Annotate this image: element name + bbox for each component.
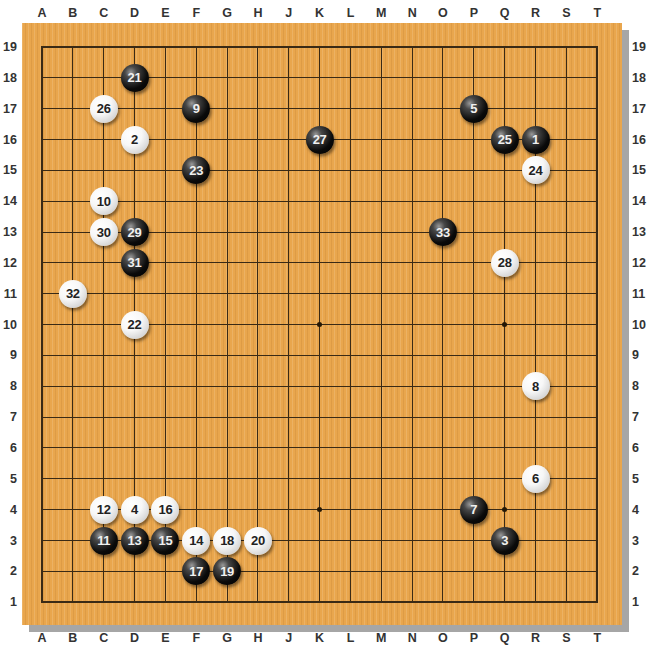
- point-G8[interactable]: [212, 371, 243, 402]
- point-M16[interactable]: [366, 124, 397, 155]
- point-B4[interactable]: [57, 494, 88, 525]
- point-G18[interactable]: [212, 62, 243, 93]
- point-Q2[interactable]: [489, 556, 520, 587]
- point-S15[interactable]: [551, 155, 582, 186]
- point-F19[interactable]: [181, 32, 212, 63]
- point-L16[interactable]: [335, 124, 366, 155]
- point-D12[interactable]: 31: [119, 248, 150, 279]
- point-B18[interactable]: [57, 62, 88, 93]
- point-K2[interactable]: [304, 556, 335, 587]
- point-E8[interactable]: [150, 371, 181, 402]
- point-G9[interactable]: [212, 340, 243, 371]
- point-J5[interactable]: [273, 463, 304, 494]
- point-E16[interactable]: [150, 124, 181, 155]
- point-A9[interactable]: [27, 340, 58, 371]
- point-O6[interactable]: [428, 433, 459, 464]
- point-F3[interactable]: 14: [181, 525, 212, 556]
- point-F12[interactable]: [181, 248, 212, 279]
- point-E10[interactable]: [150, 309, 181, 340]
- point-Q6[interactable]: [489, 433, 520, 464]
- point-O19[interactable]: [428, 32, 459, 63]
- point-F11[interactable]: [181, 278, 212, 309]
- point-R14[interactable]: [520, 186, 551, 217]
- point-P11[interactable]: [458, 278, 489, 309]
- point-S8[interactable]: [551, 371, 582, 402]
- point-H12[interactable]: [243, 248, 274, 279]
- point-J17[interactable]: [273, 93, 304, 124]
- point-S6[interactable]: [551, 433, 582, 464]
- point-N5[interactable]: [397, 463, 428, 494]
- point-N4[interactable]: [397, 494, 428, 525]
- point-C14[interactable]: 10: [88, 186, 119, 217]
- point-Q11[interactable]: [489, 278, 520, 309]
- point-S2[interactable]: [551, 556, 582, 587]
- point-D14[interactable]: [119, 186, 150, 217]
- point-S11[interactable]: [551, 278, 582, 309]
- point-S10[interactable]: [551, 309, 582, 340]
- point-N8[interactable]: [397, 371, 428, 402]
- point-C15[interactable]: [88, 155, 119, 186]
- point-Q16[interactable]: 25: [489, 124, 520, 155]
- point-H2[interactable]: [243, 556, 274, 587]
- point-K1[interactable]: [304, 587, 335, 618]
- point-J11[interactable]: [273, 278, 304, 309]
- point-S3[interactable]: [551, 525, 582, 556]
- point-K3[interactable]: [304, 525, 335, 556]
- point-A8[interactable]: [27, 371, 58, 402]
- point-H18[interactable]: [243, 62, 274, 93]
- point-A14[interactable]: [27, 186, 58, 217]
- point-M14[interactable]: [366, 186, 397, 217]
- point-D19[interactable]: [119, 32, 150, 63]
- point-P7[interactable]: [458, 402, 489, 433]
- point-T13[interactable]: [582, 217, 613, 248]
- point-P3[interactable]: [458, 525, 489, 556]
- point-P10[interactable]: [458, 309, 489, 340]
- point-S13[interactable]: [551, 217, 582, 248]
- point-T7[interactable]: [582, 402, 613, 433]
- point-H14[interactable]: [243, 186, 274, 217]
- point-E19[interactable]: [150, 32, 181, 63]
- point-E1[interactable]: [150, 587, 181, 618]
- point-C7[interactable]: [88, 402, 119, 433]
- point-K12[interactable]: [304, 248, 335, 279]
- point-O12[interactable]: [428, 248, 459, 279]
- point-A2[interactable]: [27, 556, 58, 587]
- point-R1[interactable]: [520, 587, 551, 618]
- point-M11[interactable]: [366, 278, 397, 309]
- point-T14[interactable]: [582, 186, 613, 217]
- point-F8[interactable]: [181, 371, 212, 402]
- point-M4[interactable]: [366, 494, 397, 525]
- point-B12[interactable]: [57, 248, 88, 279]
- point-A18[interactable]: [27, 62, 58, 93]
- point-S5[interactable]: [551, 463, 582, 494]
- point-T3[interactable]: [582, 525, 613, 556]
- point-B5[interactable]: [57, 463, 88, 494]
- point-H9[interactable]: [243, 340, 274, 371]
- point-L19[interactable]: [335, 32, 366, 63]
- point-P13[interactable]: [458, 217, 489, 248]
- point-H10[interactable]: [243, 309, 274, 340]
- point-B3[interactable]: [57, 525, 88, 556]
- point-R17[interactable]: [520, 93, 551, 124]
- point-E3[interactable]: 15: [150, 525, 181, 556]
- point-S4[interactable]: [551, 494, 582, 525]
- point-R6[interactable]: [520, 433, 551, 464]
- point-K11[interactable]: [304, 278, 335, 309]
- point-E9[interactable]: [150, 340, 181, 371]
- point-B9[interactable]: [57, 340, 88, 371]
- point-P1[interactable]: [458, 587, 489, 618]
- point-L1[interactable]: [335, 587, 366, 618]
- point-N19[interactable]: [397, 32, 428, 63]
- point-N18[interactable]: [397, 62, 428, 93]
- point-R18[interactable]: [520, 62, 551, 93]
- point-A11[interactable]: [27, 278, 58, 309]
- point-T19[interactable]: [582, 32, 613, 63]
- point-C13[interactable]: 30: [88, 217, 119, 248]
- point-A4[interactable]: [27, 494, 58, 525]
- point-R15[interactable]: 24: [520, 155, 551, 186]
- point-G12[interactable]: [212, 248, 243, 279]
- point-E12[interactable]: [150, 248, 181, 279]
- point-J14[interactable]: [273, 186, 304, 217]
- point-D2[interactable]: [119, 556, 150, 587]
- point-R5[interactable]: 6: [520, 463, 551, 494]
- point-J10[interactable]: [273, 309, 304, 340]
- point-C19[interactable]: [88, 32, 119, 63]
- point-D10[interactable]: 22: [119, 309, 150, 340]
- point-S16[interactable]: [551, 124, 582, 155]
- point-R16[interactable]: 1: [520, 124, 551, 155]
- point-K5[interactable]: [304, 463, 335, 494]
- point-J13[interactable]: [273, 217, 304, 248]
- point-C18[interactable]: [88, 62, 119, 93]
- point-L13[interactable]: [335, 217, 366, 248]
- point-R19[interactable]: [520, 32, 551, 63]
- point-K8[interactable]: [304, 371, 335, 402]
- point-L15[interactable]: [335, 155, 366, 186]
- point-L11[interactable]: [335, 278, 366, 309]
- point-B10[interactable]: [57, 309, 88, 340]
- point-C6[interactable]: [88, 433, 119, 464]
- point-B19[interactable]: [57, 32, 88, 63]
- point-H16[interactable]: [243, 124, 274, 155]
- point-T12[interactable]: [582, 248, 613, 279]
- point-D16[interactable]: 2: [119, 124, 150, 155]
- point-P2[interactable]: [458, 556, 489, 587]
- point-D9[interactable]: [119, 340, 150, 371]
- point-Q15[interactable]: [489, 155, 520, 186]
- point-A10[interactable]: [27, 309, 58, 340]
- point-H5[interactable]: [243, 463, 274, 494]
- point-F2[interactable]: 17: [181, 556, 212, 587]
- point-B8[interactable]: [57, 371, 88, 402]
- point-Q1[interactable]: [489, 587, 520, 618]
- point-E6[interactable]: [150, 433, 181, 464]
- point-C9[interactable]: [88, 340, 119, 371]
- point-R12[interactable]: [520, 248, 551, 279]
- point-K10[interactable]: [304, 309, 335, 340]
- point-E17[interactable]: [150, 93, 181, 124]
- point-L12[interactable]: [335, 248, 366, 279]
- point-O15[interactable]: [428, 155, 459, 186]
- point-H13[interactable]: [243, 217, 274, 248]
- point-J8[interactable]: [273, 371, 304, 402]
- point-J4[interactable]: [273, 494, 304, 525]
- point-H15[interactable]: [243, 155, 274, 186]
- point-R2[interactable]: [520, 556, 551, 587]
- point-E2[interactable]: [150, 556, 181, 587]
- point-K17[interactable]: [304, 93, 335, 124]
- point-B7[interactable]: [57, 402, 88, 433]
- point-S7[interactable]: [551, 402, 582, 433]
- point-O16[interactable]: [428, 124, 459, 155]
- point-O1[interactable]: [428, 587, 459, 618]
- point-B1[interactable]: [57, 587, 88, 618]
- point-S1[interactable]: [551, 587, 582, 618]
- point-F4[interactable]: [181, 494, 212, 525]
- point-G13[interactable]: [212, 217, 243, 248]
- point-J16[interactable]: [273, 124, 304, 155]
- point-A7[interactable]: [27, 402, 58, 433]
- point-M10[interactable]: [366, 309, 397, 340]
- point-D6[interactable]: [119, 433, 150, 464]
- point-A1[interactable]: [27, 587, 58, 618]
- point-F17[interactable]: 9: [181, 93, 212, 124]
- point-Q18[interactable]: [489, 62, 520, 93]
- point-F7[interactable]: [181, 402, 212, 433]
- point-F6[interactable]: [181, 433, 212, 464]
- point-B16[interactable]: [57, 124, 88, 155]
- point-A19[interactable]: [27, 32, 58, 63]
- point-F18[interactable]: [181, 62, 212, 93]
- point-M3[interactable]: [366, 525, 397, 556]
- point-N2[interactable]: [397, 556, 428, 587]
- point-Q4[interactable]: [489, 494, 520, 525]
- point-C2[interactable]: [88, 556, 119, 587]
- point-E11[interactable]: [150, 278, 181, 309]
- point-L18[interactable]: [335, 62, 366, 93]
- point-L17[interactable]: [335, 93, 366, 124]
- point-H8[interactable]: [243, 371, 274, 402]
- point-C11[interactable]: [88, 278, 119, 309]
- point-T1[interactable]: [582, 587, 613, 618]
- point-E13[interactable]: [150, 217, 181, 248]
- point-L8[interactable]: [335, 371, 366, 402]
- point-B13[interactable]: [57, 217, 88, 248]
- point-T2[interactable]: [582, 556, 613, 587]
- point-F15[interactable]: 23: [181, 155, 212, 186]
- point-C8[interactable]: [88, 371, 119, 402]
- point-P16[interactable]: [458, 124, 489, 155]
- point-O14[interactable]: [428, 186, 459, 217]
- point-H17[interactable]: [243, 93, 274, 124]
- point-H6[interactable]: [243, 433, 274, 464]
- point-C10[interactable]: [88, 309, 119, 340]
- point-F5[interactable]: [181, 463, 212, 494]
- point-K15[interactable]: [304, 155, 335, 186]
- point-J15[interactable]: [273, 155, 304, 186]
- point-K13[interactable]: [304, 217, 335, 248]
- point-L9[interactable]: [335, 340, 366, 371]
- point-C16[interactable]: [88, 124, 119, 155]
- point-O7[interactable]: [428, 402, 459, 433]
- point-D7[interactable]: [119, 402, 150, 433]
- point-P8[interactable]: [458, 371, 489, 402]
- point-Q17[interactable]: [489, 93, 520, 124]
- point-R3[interactable]: [520, 525, 551, 556]
- point-J2[interactable]: [273, 556, 304, 587]
- point-E14[interactable]: [150, 186, 181, 217]
- point-Q13[interactable]: [489, 217, 520, 248]
- point-G11[interactable]: [212, 278, 243, 309]
- point-O9[interactable]: [428, 340, 459, 371]
- point-B6[interactable]: [57, 433, 88, 464]
- point-T10[interactable]: [582, 309, 613, 340]
- point-A5[interactable]: [27, 463, 58, 494]
- point-J1[interactable]: [273, 587, 304, 618]
- point-A6[interactable]: [27, 433, 58, 464]
- point-L4[interactable]: [335, 494, 366, 525]
- point-E15[interactable]: [150, 155, 181, 186]
- point-N14[interactable]: [397, 186, 428, 217]
- point-K4[interactable]: [304, 494, 335, 525]
- point-N6[interactable]: [397, 433, 428, 464]
- point-J12[interactable]: [273, 248, 304, 279]
- point-F13[interactable]: [181, 217, 212, 248]
- point-M7[interactable]: [366, 402, 397, 433]
- point-G14[interactable]: [212, 186, 243, 217]
- point-G3[interactable]: 18: [212, 525, 243, 556]
- point-P18[interactable]: [458, 62, 489, 93]
- point-G10[interactable]: [212, 309, 243, 340]
- point-M8[interactable]: [366, 371, 397, 402]
- point-O5[interactable]: [428, 463, 459, 494]
- point-T4[interactable]: [582, 494, 613, 525]
- point-R10[interactable]: [520, 309, 551, 340]
- point-O10[interactable]: [428, 309, 459, 340]
- point-M13[interactable]: [366, 217, 397, 248]
- point-M19[interactable]: [366, 32, 397, 63]
- point-Q8[interactable]: [489, 371, 520, 402]
- point-C3[interactable]: 11: [88, 525, 119, 556]
- point-R13[interactable]: [520, 217, 551, 248]
- point-S19[interactable]: [551, 32, 582, 63]
- point-C17[interactable]: 26: [88, 93, 119, 124]
- point-Q10[interactable]: [489, 309, 520, 340]
- point-D11[interactable]: [119, 278, 150, 309]
- point-N15[interactable]: [397, 155, 428, 186]
- point-B14[interactable]: [57, 186, 88, 217]
- point-E4[interactable]: 16: [150, 494, 181, 525]
- point-B15[interactable]: [57, 155, 88, 186]
- point-J3[interactable]: [273, 525, 304, 556]
- point-L10[interactable]: [335, 309, 366, 340]
- point-T15[interactable]: [582, 155, 613, 186]
- point-D18[interactable]: 21: [119, 62, 150, 93]
- point-F9[interactable]: [181, 340, 212, 371]
- point-C12[interactable]: [88, 248, 119, 279]
- point-A3[interactable]: [27, 525, 58, 556]
- point-C5[interactable]: [88, 463, 119, 494]
- point-T17[interactable]: [582, 93, 613, 124]
- point-K6[interactable]: [304, 433, 335, 464]
- point-O3[interactable]: [428, 525, 459, 556]
- point-M18[interactable]: [366, 62, 397, 93]
- point-D8[interactable]: [119, 371, 150, 402]
- point-Q12[interactable]: 28: [489, 248, 520, 279]
- point-L3[interactable]: [335, 525, 366, 556]
- point-N17[interactable]: [397, 93, 428, 124]
- point-M17[interactable]: [366, 93, 397, 124]
- point-T18[interactable]: [582, 62, 613, 93]
- point-D4[interactable]: 4: [119, 494, 150, 525]
- point-N16[interactable]: [397, 124, 428, 155]
- point-D1[interactable]: [119, 587, 150, 618]
- point-N3[interactable]: [397, 525, 428, 556]
- point-J19[interactable]: [273, 32, 304, 63]
- point-O8[interactable]: [428, 371, 459, 402]
- point-D3[interactable]: 13: [119, 525, 150, 556]
- point-G7[interactable]: [212, 402, 243, 433]
- point-K9[interactable]: [304, 340, 335, 371]
- point-A13[interactable]: [27, 217, 58, 248]
- point-B11[interactable]: 32: [57, 278, 88, 309]
- point-Q14[interactable]: [489, 186, 520, 217]
- point-M6[interactable]: [366, 433, 397, 464]
- point-M2[interactable]: [366, 556, 397, 587]
- point-P12[interactable]: [458, 248, 489, 279]
- point-J18[interactable]: [273, 62, 304, 93]
- point-Q5[interactable]: [489, 463, 520, 494]
- point-M9[interactable]: [366, 340, 397, 371]
- point-T6[interactable]: [582, 433, 613, 464]
- point-S12[interactable]: [551, 248, 582, 279]
- point-R9[interactable]: [520, 340, 551, 371]
- point-B17[interactable]: [57, 93, 88, 124]
- point-C4[interactable]: 12: [88, 494, 119, 525]
- point-G15[interactable]: [212, 155, 243, 186]
- point-S14[interactable]: [551, 186, 582, 217]
- point-G19[interactable]: [212, 32, 243, 63]
- point-M5[interactable]: [366, 463, 397, 494]
- point-D13[interactable]: 29: [119, 217, 150, 248]
- point-H4[interactable]: [243, 494, 274, 525]
- point-A12[interactable]: [27, 248, 58, 279]
- point-H1[interactable]: [243, 587, 274, 618]
- point-G4[interactable]: [212, 494, 243, 525]
- point-F10[interactable]: [181, 309, 212, 340]
- point-F1[interactable]: [181, 587, 212, 618]
- point-Q3[interactable]: 3: [489, 525, 520, 556]
- point-S17[interactable]: [551, 93, 582, 124]
- point-P4[interactable]: 7: [458, 494, 489, 525]
- point-K14[interactable]: [304, 186, 335, 217]
- point-L2[interactable]: [335, 556, 366, 587]
- point-R7[interactable]: [520, 402, 551, 433]
- point-N13[interactable]: [397, 217, 428, 248]
- point-B2[interactable]: [57, 556, 88, 587]
- point-E18[interactable]: [150, 62, 181, 93]
- point-K16[interactable]: 27: [304, 124, 335, 155]
- point-F16[interactable]: [181, 124, 212, 155]
- point-P14[interactable]: [458, 186, 489, 217]
- point-A15[interactable]: [27, 155, 58, 186]
- point-O18[interactable]: [428, 62, 459, 93]
- point-Q7[interactable]: [489, 402, 520, 433]
